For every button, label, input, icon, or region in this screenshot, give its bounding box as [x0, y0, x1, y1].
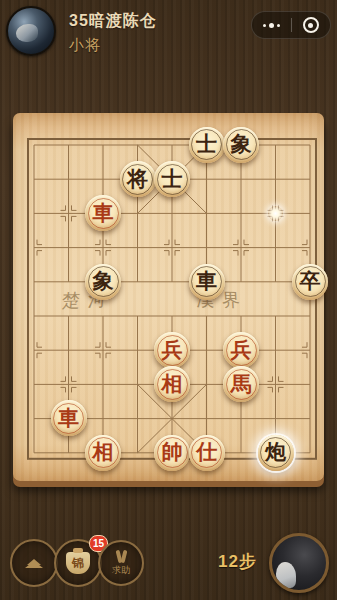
piece-black-pawn[interactable]: 卒: [292, 264, 328, 300]
more-dots-icon: [269, 23, 274, 28]
expand-menu-button[interactable]: [10, 539, 58, 587]
xiangqi-board[interactable]: 士象将士車象車卒兵兵相馬車相帥仕炮: [17, 128, 328, 470]
hint-bag-icon: 锦: [66, 552, 90, 574]
xiangqi-app: 35暗渡陈仓 小将 楚河 漢界 士象将士車象車卒兵兵相馬車相帥仕炮 锦: [0, 0, 337, 600]
opponent-avatar: [6, 6, 56, 56]
piece-red-elephant[interactable]: 相: [85, 435, 121, 471]
piece-red-chariot[interactable]: 車: [51, 400, 87, 436]
header: 35暗渡陈仓 小将: [0, 0, 337, 64]
piece-red-chariot[interactable]: 車: [85, 195, 121, 231]
level-title: 35暗渡陈仓: [69, 11, 157, 32]
capsule-target-icon: [303, 17, 319, 33]
piece-black-chariot[interactable]: 車: [189, 264, 225, 300]
piece-red-horse[interactable]: 馬: [223, 366, 259, 402]
more-dots-icon: [263, 24, 266, 27]
more-dots-icon: [277, 24, 280, 27]
hint-bag-button[interactable]: 锦 15: [54, 539, 102, 587]
footer: 锦 15 求助 12步: [0, 526, 337, 600]
praying-hands-icon: [117, 550, 126, 563]
piece-red-elephant[interactable]: 相: [154, 366, 190, 402]
ask-help-label: 求助: [112, 564, 130, 577]
piece-black-cannon[interactable]: 炮: [258, 435, 294, 471]
piece-black-advisor[interactable]: 士: [189, 127, 225, 163]
cursor-sparkle-effect: [268, 206, 283, 221]
opponent-rank: 小将: [69, 36, 101, 55]
piece-red-general[interactable]: 帥: [154, 435, 190, 471]
piece-black-elephant[interactable]: 象: [223, 127, 259, 163]
step-counter: 12步: [218, 550, 257, 573]
player-avatar[interactable]: [269, 533, 329, 593]
piece-black-general[interactable]: 将: [120, 161, 156, 197]
ask-help-button[interactable]: 求助: [98, 540, 144, 586]
piece-black-elephant[interactable]: 象: [85, 264, 121, 300]
piece-red-advisor[interactable]: 仕: [189, 435, 225, 471]
piece-red-pawn[interactable]: 兵: [154, 332, 190, 368]
piece-red-pawn[interactable]: 兵: [223, 332, 259, 368]
piece-black-advisor[interactable]: 士: [154, 161, 190, 197]
hint-bag-char: 锦: [72, 555, 84, 572]
more-button[interactable]: [252, 12, 291, 38]
exit-button[interactable]: [292, 12, 331, 38]
chevron-up-icon: [25, 561, 43, 568]
miniprogram-capsule: [251, 11, 331, 39]
